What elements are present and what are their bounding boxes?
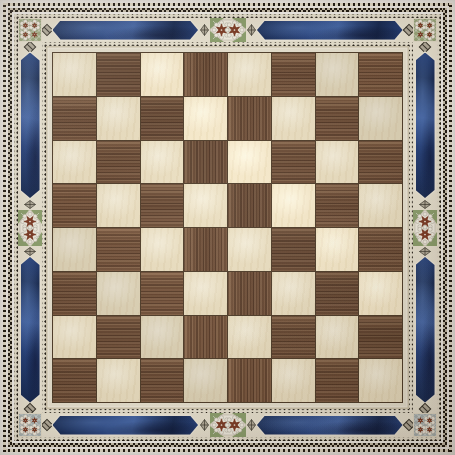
lapis-inlay-panel [51,413,200,437]
square-c2[interactable] [141,316,184,359]
square-f2[interactable] [272,316,315,359]
lapis-inlay-panel [256,413,405,437]
square-e1[interactable] [228,359,271,402]
xdiamond-connector-icon [18,42,42,51]
lapis-inlay-panel [51,18,200,42]
frame-checker-strip-left [8,8,12,447]
square-a6[interactable] [53,141,96,184]
square-f8[interactable] [272,53,315,96]
square-d3[interactable] [184,272,227,315]
border-band-top [42,18,413,42]
square-b6[interactable] [97,141,140,184]
square-b8[interactable] [97,53,140,96]
square-h7[interactable] [359,97,402,140]
xdiamond-connector-icon [404,413,413,437]
square-d8[interactable] [184,53,227,96]
corner-rosette-bottom-right [413,413,437,437]
square-h6[interactable] [359,141,402,184]
square-b5[interactable] [97,184,140,227]
square-f3[interactable] [272,272,315,315]
border-band-left [18,42,42,413]
frame-dash-strip-left [3,3,6,452]
square-g6[interactable] [316,141,359,184]
square-h4[interactable] [359,228,402,271]
square-a8[interactable] [53,53,96,96]
xdiamond-connector-icon [42,18,51,42]
square-g2[interactable] [316,316,359,359]
xdiamond-connector-icon [42,413,51,437]
square-a2[interactable] [53,316,96,359]
xdiamond-connector-icon [18,404,42,413]
square-h5[interactable] [359,184,402,227]
square-g3[interactable] [316,272,359,315]
square-g7[interactable] [316,97,359,140]
frame-dash-strip-top [3,3,452,6]
square-b7[interactable] [97,97,140,140]
square-f4[interactable] [272,228,315,271]
frame-checker-strip-bottom [8,443,447,447]
square-a4[interactable] [53,228,96,271]
square-d7[interactable] [184,97,227,140]
square-f5[interactable] [272,184,315,227]
square-h1[interactable] [359,359,402,402]
chessboard-photo [0,0,455,455]
square-g8[interactable] [316,53,359,96]
square-h3[interactable] [359,272,402,315]
square-b1[interactable] [97,359,140,402]
square-b3[interactable] [97,272,140,315]
square-d1[interactable] [184,359,227,402]
square-d6[interactable] [184,141,227,184]
square-g1[interactable] [316,359,359,402]
square-b4[interactable] [97,228,140,271]
square-b2[interactable] [97,316,140,359]
lapis-inlay-panel [413,51,437,200]
frame-checker-strip-top [8,8,447,12]
frame-checker-strip-right [443,8,447,447]
square-c4[interactable] [141,228,184,271]
border-band-right [413,42,437,413]
square-f7[interactable] [272,97,315,140]
square-h2[interactable] [359,316,402,359]
square-e2[interactable] [228,316,271,359]
square-e4[interactable] [228,228,271,271]
border-band-bottom [42,413,413,437]
square-a1[interactable] [53,359,96,402]
square-e5[interactable] [228,184,271,227]
xdiamond-connector-icon [413,42,437,51]
corner-rosette-bottom-left [18,413,42,437]
square-f6[interactable] [272,141,315,184]
border-medallion-bottom [200,413,256,437]
frame-dash-strip-right [449,3,452,452]
xdiamond-connector-icon [404,18,413,42]
square-c5[interactable] [141,184,184,227]
square-a7[interactable] [53,97,96,140]
square-e8[interactable] [228,53,271,96]
square-d4[interactable] [184,228,227,271]
square-a5[interactable] [53,184,96,227]
square-g4[interactable] [316,228,359,271]
square-e3[interactable] [228,272,271,315]
square-c7[interactable] [141,97,184,140]
square-e6[interactable] [228,141,271,184]
lapis-inlay-panel [18,256,42,405]
lapis-inlay-panel [413,256,437,405]
border-medallion-left [18,200,42,256]
square-g5[interactable] [316,184,359,227]
border-medallion-right [413,200,437,256]
corner-rosette-top-right [413,18,437,42]
square-e7[interactable] [228,97,271,140]
lapis-inlay-panel [18,51,42,200]
corner-rosette-top-left [18,18,42,42]
square-h8[interactable] [359,53,402,96]
square-d5[interactable] [184,184,227,227]
square-c3[interactable] [141,272,184,315]
square-f1[interactable] [272,359,315,402]
square-c6[interactable] [141,141,184,184]
xdiamond-connector-icon [413,404,437,413]
chess-board [52,52,403,403]
square-c1[interactable] [141,359,184,402]
lapis-inlay-panel [256,18,405,42]
border-medallion-top [200,18,256,42]
frame-dash-strip-bottom [3,449,452,452]
square-c8[interactable] [141,53,184,96]
square-d2[interactable] [184,316,227,359]
square-a3[interactable] [53,272,96,315]
